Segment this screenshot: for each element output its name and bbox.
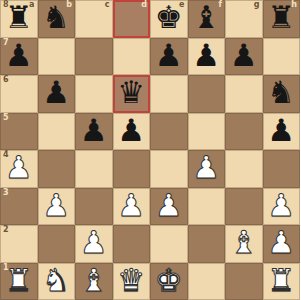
- square-b4[interactable]: [38, 150, 76, 188]
- piece-black-pawn[interactable]: ♟: [155, 40, 183, 71]
- square-c2[interactable]: ♟: [75, 225, 113, 263]
- square-g7[interactable]: ♟: [225, 38, 263, 76]
- square-g5[interactable]: [225, 113, 263, 151]
- square-e7[interactable]: ♟: [150, 38, 188, 76]
- square-d7[interactable]: [113, 38, 151, 76]
- piece-black-pawn[interactable]: ♟: [192, 40, 220, 71]
- piece-white-pawn[interactable]: ♟: [155, 190, 183, 221]
- square-c1[interactable]: ♝: [75, 263, 113, 300]
- square-d6[interactable]: ♛: [113, 75, 151, 113]
- square-e5[interactable]: [150, 113, 188, 151]
- square-e3[interactable]: ♟: [150, 188, 188, 226]
- piece-white-pawn[interactable]: ♟: [117, 190, 145, 221]
- square-c6[interactable]: [75, 75, 113, 113]
- piece-white-pawn[interactable]: ♟: [80, 227, 108, 258]
- square-f6[interactable]: [188, 75, 226, 113]
- square-c5[interactable]: ♟: [75, 113, 113, 151]
- square-g3[interactable]: [225, 188, 263, 226]
- square-a3[interactable]: 3: [0, 188, 38, 226]
- rank-label-2: 2: [3, 226, 9, 234]
- piece-white-pawn[interactable]: ♟: [192, 152, 220, 183]
- rank-label-5: 5: [3, 114, 9, 122]
- file-label-d: d: [141, 1, 147, 9]
- piece-black-pawn[interactable]: ♟: [230, 40, 258, 71]
- square-a4[interactable]: 4♟: [0, 150, 38, 188]
- square-d1[interactable]: ♛: [113, 263, 151, 300]
- piece-black-knight[interactable]: ♞: [267, 77, 295, 108]
- square-g2[interactable]: ♝: [225, 225, 263, 263]
- square-a8[interactable]: 8a♜: [0, 0, 38, 38]
- square-f5[interactable]: [188, 113, 226, 151]
- chess-board: 8a♜b♞cde♚f♝gh♜7♟♟♟♟6♟♛♞5♟♟♟4♟♟3♟♟♟♟2♟♝♟1…: [0, 0, 300, 300]
- square-f2[interactable]: [188, 225, 226, 263]
- square-h1[interactable]: ♜: [263, 263, 301, 300]
- piece-white-king[interactable]: ♚: [155, 265, 183, 296]
- piece-black-pawn[interactable]: ♟: [117, 115, 145, 146]
- square-g1[interactable]: [225, 263, 263, 300]
- square-f7[interactable]: ♟: [188, 38, 226, 76]
- square-e1[interactable]: ♚: [150, 263, 188, 300]
- square-d4[interactable]: [113, 150, 151, 188]
- file-label-g: g: [254, 1, 260, 9]
- piece-black-rook[interactable]: ♜: [267, 2, 295, 33]
- square-b1[interactable]: ♞: [38, 263, 76, 300]
- piece-white-pawn[interactable]: ♟: [267, 227, 295, 258]
- square-h4[interactable]: [263, 150, 301, 188]
- piece-black-pawn[interactable]: ♟: [80, 115, 108, 146]
- square-h5[interactable]: ♟: [263, 113, 301, 151]
- piece-black-bishop[interactable]: ♝: [192, 2, 220, 33]
- square-d8[interactable]: d: [113, 0, 151, 38]
- rank-label-3: 3: [3, 189, 9, 197]
- square-g6[interactable]: [225, 75, 263, 113]
- square-h3[interactable]: ♟: [263, 188, 301, 226]
- rank-label-6: 6: [3, 76, 9, 84]
- square-h8[interactable]: h♜: [263, 0, 301, 38]
- piece-white-knight[interactable]: ♞: [42, 265, 70, 296]
- square-d3[interactable]: ♟: [113, 188, 151, 226]
- square-f3[interactable]: [188, 188, 226, 226]
- square-h2[interactable]: ♟: [263, 225, 301, 263]
- square-a6[interactable]: 6: [0, 75, 38, 113]
- piece-white-pawn[interactable]: ♟: [42, 190, 70, 221]
- square-e8[interactable]: e♚: [150, 0, 188, 38]
- square-f4[interactable]: ♟: [188, 150, 226, 188]
- piece-white-rook[interactable]: ♜: [5, 265, 33, 296]
- square-f8[interactable]: f♝: [188, 0, 226, 38]
- square-c4[interactable]: [75, 150, 113, 188]
- piece-white-pawn[interactable]: ♟: [267, 190, 295, 221]
- square-h6[interactable]: ♞: [263, 75, 301, 113]
- piece-black-pawn[interactable]: ♟: [5, 40, 33, 71]
- square-b6[interactable]: ♟: [38, 75, 76, 113]
- square-b5[interactable]: [38, 113, 76, 151]
- square-c3[interactable]: [75, 188, 113, 226]
- square-c7[interactable]: [75, 38, 113, 76]
- piece-white-queen[interactable]: ♛: [117, 265, 145, 296]
- square-e6[interactable]: [150, 75, 188, 113]
- piece-white-bishop[interactable]: ♝: [230, 227, 258, 258]
- square-a7[interactable]: 7♟: [0, 38, 38, 76]
- piece-black-rook[interactable]: ♜: [5, 2, 33, 33]
- piece-black-knight[interactable]: ♞: [42, 2, 70, 33]
- square-b8[interactable]: b♞: [38, 0, 76, 38]
- piece-white-bishop[interactable]: ♝: [80, 265, 108, 296]
- square-b3[interactable]: ♟: [38, 188, 76, 226]
- piece-black-pawn[interactable]: ♟: [267, 115, 295, 146]
- piece-white-pawn[interactable]: ♟: [5, 152, 33, 183]
- square-g8[interactable]: g: [225, 0, 263, 38]
- square-a5[interactable]: 5: [0, 113, 38, 151]
- piece-black-queen[interactable]: ♛: [117, 77, 145, 108]
- piece-black-king[interactable]: ♚: [155, 2, 183, 33]
- square-g4[interactable]: [225, 150, 263, 188]
- square-b2[interactable]: [38, 225, 76, 263]
- square-e2[interactable]: [150, 225, 188, 263]
- square-a2[interactable]: 2: [0, 225, 38, 263]
- piece-white-rook[interactable]: ♜: [267, 265, 295, 296]
- file-label-c: c: [105, 1, 110, 9]
- square-e4[interactable]: [150, 150, 188, 188]
- square-a1[interactable]: 1♜: [0, 263, 38, 300]
- square-h7[interactable]: [263, 38, 301, 76]
- square-b7[interactable]: [38, 38, 76, 76]
- square-f1[interactable]: [188, 263, 226, 300]
- square-c8[interactable]: c: [75, 0, 113, 38]
- square-d2[interactable]: [113, 225, 151, 263]
- square-d5[interactable]: ♟: [113, 113, 151, 151]
- piece-black-pawn[interactable]: ♟: [42, 77, 70, 108]
